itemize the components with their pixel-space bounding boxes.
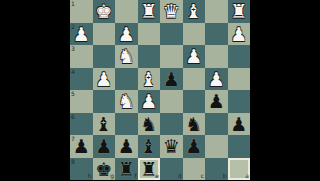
square-a7[interactable]	[228, 135, 251, 158]
square-b3[interactable]	[205, 45, 228, 68]
square-e7[interactable]: ♝	[138, 135, 161, 158]
square-g4[interactable]: ♟	[93, 68, 116, 91]
square-e6[interactable]: ♞	[138, 113, 161, 136]
square-b5[interactable]: ♟	[205, 90, 228, 113]
square-f2[interactable]: ♟	[115, 23, 138, 46]
square-a3[interactable]	[228, 45, 251, 68]
square-a4[interactable]	[228, 68, 251, 91]
piece-black-pawn: ♟	[163, 68, 180, 91]
rank-label: 3	[71, 46, 75, 52]
square-a5[interactable]	[228, 90, 251, 113]
left-letterbox	[0, 0, 70, 180]
piece-black-pawn: ♟	[73, 135, 90, 158]
piece-black-pawn: ♟	[230, 113, 247, 136]
piece-white-bishop: ♝	[185, 0, 202, 23]
rank-label: 2	[71, 24, 75, 30]
square-e5[interactable]: ♟	[138, 90, 161, 113]
rank-label: 4	[71, 69, 75, 75]
square-g8[interactable]: g♚	[93, 158, 116, 181]
piece-black-rook: ♜	[140, 158, 157, 181]
square-b7[interactable]	[205, 135, 228, 158]
rank-label: 6	[71, 114, 75, 120]
piece-black-rook: ♜	[118, 158, 135, 181]
piece-black-pawn: ♟	[95, 135, 112, 158]
square-g7[interactable]: ♟	[93, 135, 116, 158]
screenshot-canvas: 1♚♜♛♝♜2♟♟♟3♞♟4♟♝♟♟5♞♟♟6♝♞♞♟7♟♟♟♝♛♟8hg♚f♜…	[0, 0, 320, 180]
square-a6[interactable]: ♟	[228, 113, 251, 136]
square-h4[interactable]: 4	[70, 68, 93, 91]
piece-black-queen: ♛	[163, 135, 180, 158]
piece-white-pawn: ♟	[95, 68, 112, 91]
rank-label: 5	[71, 91, 75, 97]
piece-black-knight: ♞	[185, 113, 202, 136]
square-b1[interactable]	[205, 0, 228, 23]
square-g2[interactable]	[93, 23, 116, 46]
square-b8[interactable]: b	[205, 158, 228, 181]
file-label: f	[134, 173, 136, 179]
square-g3[interactable]	[93, 45, 116, 68]
square-b6[interactable]	[205, 113, 228, 136]
square-c5[interactable]	[183, 90, 206, 113]
piece-black-pawn: ♟	[185, 135, 202, 158]
piece-black-pawn: ♟	[208, 90, 225, 113]
square-c7[interactable]: ♟	[183, 135, 206, 158]
square-a8[interactable]: a	[228, 158, 251, 181]
piece-white-pawn: ♟	[73, 23, 90, 46]
square-f1[interactable]	[115, 0, 138, 23]
piece-white-queen: ♛	[163, 0, 180, 23]
piece-white-pawn: ♟	[118, 23, 135, 46]
rank-label: 7	[71, 136, 75, 142]
piece-black-knight: ♞	[140, 113, 157, 136]
square-f8[interactable]: f♜	[115, 158, 138, 181]
square-d6[interactable]	[160, 113, 183, 136]
square-d4[interactable]: ♟	[160, 68, 183, 91]
square-e2[interactable]	[138, 23, 161, 46]
square-h1[interactable]: 1	[70, 0, 93, 23]
piece-white-rook: ♜	[230, 0, 247, 23]
file-label: c	[201, 173, 204, 179]
rank-label: 8	[71, 159, 75, 165]
piece-white-rook: ♜	[140, 0, 157, 23]
square-d7[interactable]: ♛	[160, 135, 183, 158]
square-h3[interactable]: 3	[70, 45, 93, 68]
square-g1[interactable]: ♚	[93, 0, 116, 23]
file-label: d	[178, 173, 182, 179]
file-label: e	[155, 173, 159, 179]
file-label: b	[223, 173, 227, 179]
piece-white-knight: ♞	[118, 45, 135, 68]
piece-white-bishop: ♝	[140, 68, 157, 91]
square-h7[interactable]: 7♟	[70, 135, 93, 158]
piece-black-bishop: ♝	[140, 135, 157, 158]
piece-white-pawn: ♟	[185, 45, 202, 68]
square-a1[interactable]: ♜	[228, 0, 251, 23]
piece-white-pawn: ♟	[208, 68, 225, 91]
square-h6[interactable]: 6	[70, 113, 93, 136]
square-h5[interactable]: 5	[70, 90, 93, 113]
square-e3[interactable]	[138, 45, 161, 68]
square-e8[interactable]: e♜	[138, 158, 161, 181]
file-label: h	[88, 173, 92, 179]
right-letterbox	[250, 0, 320, 180]
square-g5[interactable]	[93, 90, 116, 113]
square-d1[interactable]: ♛	[160, 0, 183, 23]
square-c3[interactable]: ♟	[183, 45, 206, 68]
square-g6[interactable]: ♝	[93, 113, 116, 136]
square-c2[interactable]	[183, 23, 206, 46]
square-c6[interactable]: ♞	[183, 113, 206, 136]
square-c8[interactable]: c	[183, 158, 206, 181]
square-f7[interactable]: ♟	[115, 135, 138, 158]
square-f6[interactable]	[115, 113, 138, 136]
square-h8[interactable]: 8h	[70, 158, 93, 181]
piece-black-bishop: ♝	[95, 113, 112, 136]
square-b4[interactable]: ♟	[205, 68, 228, 91]
piece-white-pawn: ♟	[230, 23, 247, 46]
piece-white-knight: ♞	[118, 90, 135, 113]
piece-white-king: ♚	[95, 0, 112, 23]
square-d5[interactable]	[160, 90, 183, 113]
piece-black-pawn: ♟	[118, 135, 135, 158]
square-f3[interactable]: ♞	[115, 45, 138, 68]
piece-black-king: ♚	[95, 158, 112, 181]
square-d2[interactable]	[160, 23, 183, 46]
rank-label: 1	[71, 1, 75, 7]
square-f5[interactable]: ♞	[115, 90, 138, 113]
square-f4[interactable]	[115, 68, 138, 91]
square-h2[interactable]: 2♟	[70, 23, 93, 46]
chess-board[interactable]: 1♚♜♛♝♜2♟♟♟3♞♟4♟♝♟♟5♞♟♟6♝♞♞♟7♟♟♟♝♛♟8hg♚f♜…	[70, 0, 250, 180]
square-e4[interactable]: ♝	[138, 68, 161, 91]
square-b2[interactable]	[205, 23, 228, 46]
square-e1[interactable]: ♜	[138, 0, 161, 23]
square-a2[interactable]: ♟	[228, 23, 251, 46]
piece-white-pawn: ♟	[140, 90, 157, 113]
file-label: g	[110, 173, 114, 179]
square-c4[interactable]	[183, 68, 206, 91]
square-c1[interactable]: ♝	[183, 0, 206, 23]
file-label: a	[245, 173, 249, 179]
square-d3[interactable]	[160, 45, 183, 68]
square-d8[interactable]: d	[160, 158, 183, 181]
